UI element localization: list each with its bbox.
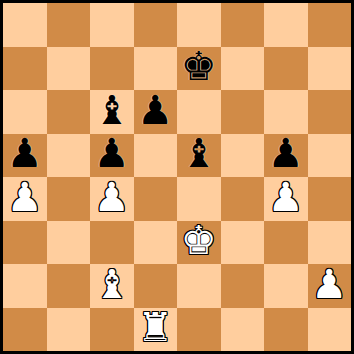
square-g2[interactable] [264, 264, 308, 308]
square-c6[interactable]: ♝ [90, 90, 134, 134]
square-g1[interactable] [264, 308, 308, 352]
board-grid: ♚♝♟♟♟♝♟♟♟♟♚♝♟♜ [3, 3, 351, 351]
square-a8[interactable] [3, 3, 47, 47]
square-h2[interactable]: ♟ [308, 264, 352, 308]
square-g5[interactable]: ♟ [264, 134, 308, 178]
square-e8[interactable] [177, 3, 221, 47]
piece-white-pawn[interactable]: ♟ [7, 177, 43, 217]
square-b7[interactable] [47, 47, 91, 91]
square-g7[interactable] [264, 47, 308, 91]
square-c3[interactable] [90, 221, 134, 265]
chess-board: ♚♝♟♟♟♝♟♟♟♟♚♝♟♜ [0, 0, 354, 354]
piece-white-pawn[interactable]: ♟ [311, 264, 347, 304]
square-d3[interactable] [134, 221, 178, 265]
square-a5[interactable]: ♟ [3, 134, 47, 178]
square-g8[interactable] [264, 3, 308, 47]
square-h7[interactable] [308, 47, 352, 91]
square-g6[interactable] [264, 90, 308, 134]
square-e4[interactable] [177, 177, 221, 221]
square-f8[interactable] [221, 3, 265, 47]
square-h8[interactable] [308, 3, 352, 47]
square-f3[interactable] [221, 221, 265, 265]
square-e2[interactable] [177, 264, 221, 308]
square-d4[interactable] [134, 177, 178, 221]
square-d8[interactable] [134, 3, 178, 47]
square-a4[interactable]: ♟ [3, 177, 47, 221]
square-c7[interactable] [90, 47, 134, 91]
square-e7[interactable]: ♚ [177, 47, 221, 91]
piece-white-bishop[interactable]: ♝ [94, 264, 130, 304]
square-a2[interactable] [3, 264, 47, 308]
piece-black-pawn[interactable]: ♟ [268, 133, 304, 173]
square-f2[interactable] [221, 264, 265, 308]
piece-white-pawn[interactable]: ♟ [268, 177, 304, 217]
square-f1[interactable] [221, 308, 265, 352]
square-d6[interactable]: ♟ [134, 90, 178, 134]
square-a7[interactable] [3, 47, 47, 91]
square-b5[interactable] [47, 134, 91, 178]
square-b3[interactable] [47, 221, 91, 265]
square-d7[interactable] [134, 47, 178, 91]
square-e6[interactable] [177, 90, 221, 134]
square-b6[interactable] [47, 90, 91, 134]
piece-black-bishop[interactable]: ♝ [181, 133, 217, 173]
square-h6[interactable] [308, 90, 352, 134]
square-e3[interactable]: ♚ [177, 221, 221, 265]
square-g4[interactable]: ♟ [264, 177, 308, 221]
square-h1[interactable] [308, 308, 352, 352]
square-c5[interactable]: ♟ [90, 134, 134, 178]
square-e5[interactable]: ♝ [177, 134, 221, 178]
square-c1[interactable] [90, 308, 134, 352]
piece-black-pawn[interactable]: ♟ [94, 133, 130, 173]
square-d1[interactable]: ♜ [134, 308, 178, 352]
piece-black-pawn[interactable]: ♟ [7, 133, 43, 173]
square-a3[interactable] [3, 221, 47, 265]
square-c8[interactable] [90, 3, 134, 47]
square-f5[interactable] [221, 134, 265, 178]
square-a6[interactable] [3, 90, 47, 134]
square-b8[interactable] [47, 3, 91, 47]
square-b1[interactable] [47, 308, 91, 352]
square-c2[interactable]: ♝ [90, 264, 134, 308]
square-b4[interactable] [47, 177, 91, 221]
square-h5[interactable] [308, 134, 352, 178]
square-f6[interactable] [221, 90, 265, 134]
piece-black-king[interactable]: ♚ [181, 46, 217, 86]
piece-white-king[interactable]: ♚ [181, 220, 217, 260]
piece-white-pawn[interactable]: ♟ [94, 177, 130, 217]
piece-black-pawn[interactable]: ♟ [137, 90, 173, 130]
square-f7[interactable] [221, 47, 265, 91]
piece-white-rook[interactable]: ♜ [137, 307, 173, 347]
square-f4[interactable] [221, 177, 265, 221]
piece-black-bishop[interactable]: ♝ [94, 90, 130, 130]
square-b2[interactable] [47, 264, 91, 308]
square-g3[interactable] [264, 221, 308, 265]
square-a1[interactable] [3, 308, 47, 352]
square-d5[interactable] [134, 134, 178, 178]
square-h3[interactable] [308, 221, 352, 265]
square-h4[interactable] [308, 177, 352, 221]
square-c4[interactable]: ♟ [90, 177, 134, 221]
square-d2[interactable] [134, 264, 178, 308]
square-e1[interactable] [177, 308, 221, 352]
